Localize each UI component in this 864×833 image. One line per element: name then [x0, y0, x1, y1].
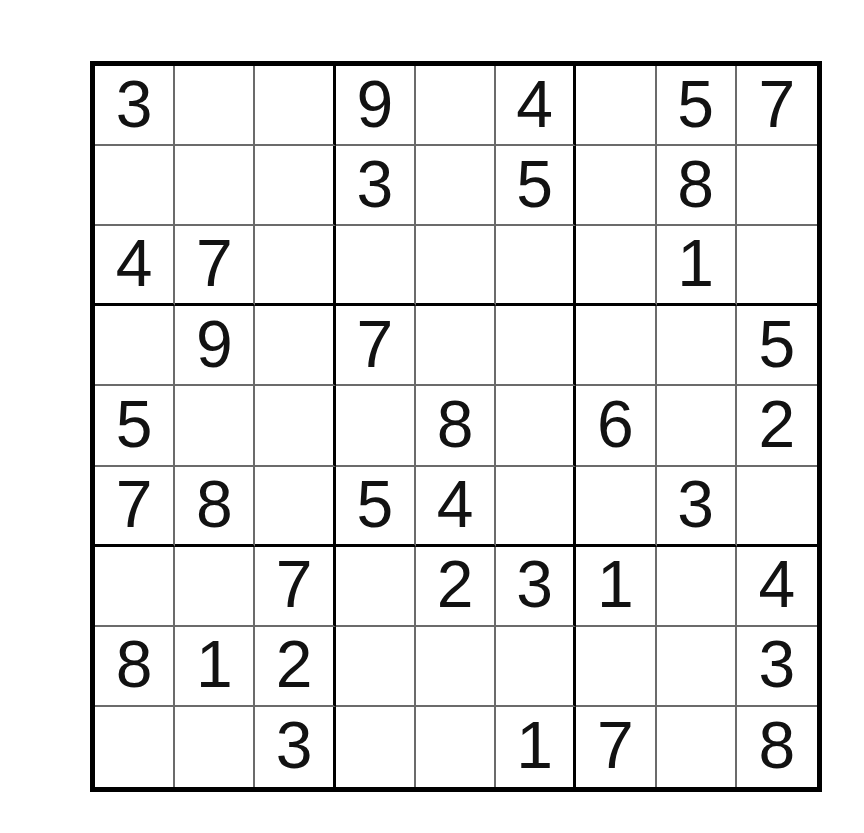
- page: 394573584719755862785437231481233178: [0, 0, 864, 833]
- cell-r2c5[interactable]: [416, 146, 496, 226]
- cell-r3c4[interactable]: [336, 226, 416, 306]
- cell-r4c8[interactable]: [657, 306, 737, 386]
- cell-r6c3[interactable]: [255, 467, 335, 547]
- cell-r3c9[interactable]: [737, 226, 817, 306]
- cell-r7c2[interactable]: [175, 547, 255, 627]
- cell-r1c1[interactable]: 3: [95, 66, 175, 146]
- cell-r5c6[interactable]: [496, 386, 576, 466]
- cell-r5c2[interactable]: [175, 386, 255, 466]
- cell-r7c3[interactable]: 7: [255, 547, 335, 627]
- cell-r6c5[interactable]: 4: [416, 467, 496, 547]
- cell-r2c1[interactable]: [95, 146, 175, 226]
- cell-r6c7[interactable]: [576, 467, 656, 547]
- cell-r8c1[interactable]: 8: [95, 627, 175, 707]
- cell-r6c8[interactable]: 3: [657, 467, 737, 547]
- cell-r8c8[interactable]: [657, 627, 737, 707]
- cell-r7c4[interactable]: [336, 547, 416, 627]
- cell-r4c6[interactable]: [496, 306, 576, 386]
- cell-r9c5[interactable]: [416, 707, 496, 787]
- cell-r7c8[interactable]: [657, 547, 737, 627]
- cell-r1c4[interactable]: 9: [336, 66, 416, 146]
- cell-r8c5[interactable]: [416, 627, 496, 707]
- cell-r6c4[interactable]: 5: [336, 467, 416, 547]
- cell-r9c1[interactable]: [95, 707, 175, 787]
- cell-r7c5[interactable]: 2: [416, 547, 496, 627]
- cell-r8c7[interactable]: [576, 627, 656, 707]
- cell-r6c1[interactable]: 7: [95, 467, 175, 547]
- cell-r3c3[interactable]: [255, 226, 335, 306]
- cell-r5c5[interactable]: 8: [416, 386, 496, 466]
- cell-r1c7[interactable]: [576, 66, 656, 146]
- cell-r1c3[interactable]: [255, 66, 335, 146]
- cell-r9c3[interactable]: 3: [255, 707, 335, 787]
- cell-r2c4[interactable]: 3: [336, 146, 416, 226]
- cell-r7c7[interactable]: 1: [576, 547, 656, 627]
- cell-r2c7[interactable]: [576, 146, 656, 226]
- cell-r1c9[interactable]: 7: [737, 66, 817, 146]
- cell-r2c6[interactable]: 5: [496, 146, 576, 226]
- cell-r9c6[interactable]: 1: [496, 707, 576, 787]
- cell-r7c1[interactable]: [95, 547, 175, 627]
- cell-r3c5[interactable]: [416, 226, 496, 306]
- cell-r4c9[interactable]: 5: [737, 306, 817, 386]
- cell-r5c7[interactable]: 6: [576, 386, 656, 466]
- cell-r3c6[interactable]: [496, 226, 576, 306]
- cell-r4c4[interactable]: 7: [336, 306, 416, 386]
- cell-r1c2[interactable]: [175, 66, 255, 146]
- sudoku-board: 394573584719755862785437231481233178: [90, 61, 822, 792]
- cell-r1c5[interactable]: [416, 66, 496, 146]
- cell-r1c8[interactable]: 5: [657, 66, 737, 146]
- cell-r3c7[interactable]: [576, 226, 656, 306]
- cell-r9c2[interactable]: [175, 707, 255, 787]
- cell-r2c8[interactable]: 8: [657, 146, 737, 226]
- cell-r2c2[interactable]: [175, 146, 255, 226]
- cell-r5c3[interactable]: [255, 386, 335, 466]
- cell-r9c7[interactable]: 7: [576, 707, 656, 787]
- cell-r7c6[interactable]: 3: [496, 547, 576, 627]
- cell-r4c1[interactable]: [95, 306, 175, 386]
- cell-r5c1[interactable]: 5: [95, 386, 175, 466]
- cell-r5c9[interactable]: 2: [737, 386, 817, 466]
- cell-r7c9[interactable]: 4: [737, 547, 817, 627]
- cell-r1c6[interactable]: 4: [496, 66, 576, 146]
- cell-r8c9[interactable]: 3: [737, 627, 817, 707]
- cell-r4c7[interactable]: [576, 306, 656, 386]
- cell-r6c9[interactable]: [737, 467, 817, 547]
- cell-r8c4[interactable]: [336, 627, 416, 707]
- cell-r8c2[interactable]: 1: [175, 627, 255, 707]
- cell-r8c6[interactable]: [496, 627, 576, 707]
- cell-r4c3[interactable]: [255, 306, 335, 386]
- cell-r3c1[interactable]: 4: [95, 226, 175, 306]
- cell-r5c8[interactable]: [657, 386, 737, 466]
- cell-r3c8[interactable]: 1: [657, 226, 737, 306]
- cell-r6c6[interactable]: [496, 467, 576, 547]
- cell-r2c3[interactable]: [255, 146, 335, 226]
- cell-r3c2[interactable]: 7: [175, 226, 255, 306]
- cell-r6c2[interactable]: 8: [175, 467, 255, 547]
- cell-r9c4[interactable]: [336, 707, 416, 787]
- cell-r2c9[interactable]: [737, 146, 817, 226]
- cell-r4c5[interactable]: [416, 306, 496, 386]
- cell-r9c9[interactable]: 8: [737, 707, 817, 787]
- cell-r5c4[interactable]: [336, 386, 416, 466]
- cell-r4c2[interactable]: 9: [175, 306, 255, 386]
- cell-r9c8[interactable]: [657, 707, 737, 787]
- cell-r8c3[interactable]: 2: [255, 627, 335, 707]
